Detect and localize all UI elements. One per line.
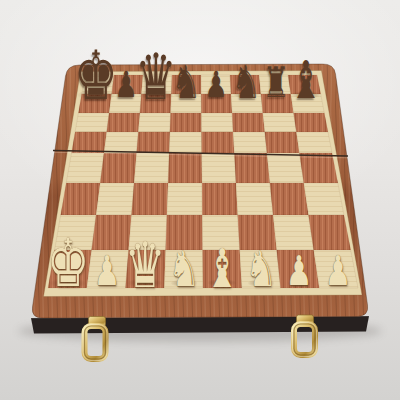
pieces-layer: ♚♟♛♞♟♞♜♝♚♟♛♞♝♞♟♟ [0, 0, 400, 400]
piece-dark-pawn-e8[interactable]: ♟ [205, 67, 228, 103]
piece-light-king-a1[interactable]: ♚ [47, 231, 90, 297]
folding-chess-set-photo: ♚♟♛♞♟♞♜♝♚♟♛♞♝♞♟♟ [0, 0, 400, 400]
piece-light-pawn-g1[interactable]: ♟ [286, 251, 312, 292]
piece-dark-king-a8[interactable]: ♚ [74, 42, 118, 110]
piece-dark-knight-d8[interactable]: ♞ [171, 59, 201, 105]
piece-dark-knight-f8[interactable]: ♞ [231, 59, 261, 105]
piece-light-queen-c1[interactable]: ♛ [125, 234, 166, 297]
piece-light-pawn-h1[interactable]: ♟ [325, 251, 351, 292]
piece-light-knight-d1[interactable]: ♞ [168, 245, 200, 294]
piece-light-bishop-e1[interactable]: ♝ [205, 242, 239, 295]
piece-dark-bishop-h8[interactable]: ♝ [289, 54, 323, 106]
piece-light-knight-f1[interactable]: ♞ [245, 245, 277, 294]
piece-light-pawn-b1[interactable]: ♟ [93, 251, 119, 292]
piece-dark-rook-g8[interactable]: ♜ [263, 62, 290, 104]
